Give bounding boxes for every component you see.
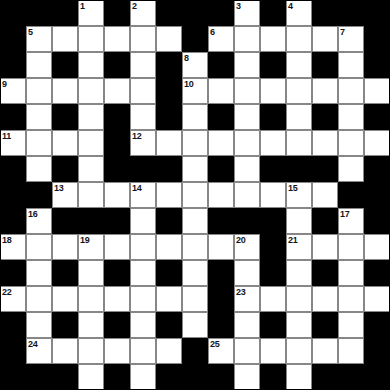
answer-cell-r1c6[interactable] — [156, 26, 182, 52]
answer-cell-r3c3[interactable] — [78, 78, 104, 104]
answer-cell-r7c9[interactable] — [234, 182, 260, 208]
answer-cell-r11c0[interactable]: 22 — [0, 286, 26, 312]
clue-number-9: 9 — [2, 79, 7, 89]
answer-cell-r11c13[interactable] — [338, 286, 364, 312]
block-cell-r12c2 — [52, 312, 78, 338]
answer-cell-r9c13[interactable] — [338, 234, 364, 260]
answer-cell-r9c2[interactable] — [52, 234, 78, 260]
block-cell-r4c10 — [260, 104, 286, 130]
answer-cell-r12c1[interactable] — [26, 312, 52, 338]
answer-cell-r7c7[interactable] — [182, 182, 208, 208]
block-cell-r10c6 — [156, 260, 182, 286]
block-cell-r2c4 — [104, 52, 130, 78]
answer-cell-r3c12[interactable] — [312, 78, 338, 104]
clue-number-13: 13 — [54, 183, 63, 193]
block-cell-r13c14 — [364, 338, 390, 364]
answer-cell-r9c9[interactable]: 20 — [234, 234, 260, 260]
answer-cell-r11c4[interactable] — [104, 286, 130, 312]
block-cell-r14c13 — [338, 364, 364, 390]
block-cell-r10c8 — [208, 260, 234, 286]
answer-cell-r7c12[interactable] — [312, 182, 338, 208]
answer-cell-r8c13[interactable]: 17 — [338, 208, 364, 234]
answer-cell-r6c7[interactable] — [182, 156, 208, 182]
answer-cell-r2c3[interactable] — [78, 52, 104, 78]
block-cell-r2c10 — [260, 52, 286, 78]
block-cell-r4c14 — [364, 104, 390, 130]
block-cell-r8c9 — [234, 208, 260, 234]
answer-cell-r11c3[interactable] — [78, 286, 104, 312]
answer-cell-r11c9[interactable]: 23 — [234, 286, 260, 312]
answer-cell-r12c13[interactable] — [338, 312, 364, 338]
clue-number-22: 22 — [2, 287, 11, 297]
clue-number-4: 4 — [288, 1, 293, 11]
answer-cell-r6c3[interactable] — [78, 156, 104, 182]
block-cell-r0c4 — [104, 0, 130, 26]
answer-cell-r11c2[interactable] — [52, 286, 78, 312]
block-cell-r0c8 — [208, 0, 234, 26]
answer-cell-r5c2[interactable] — [52, 130, 78, 156]
answer-cell-r1c12[interactable] — [312, 26, 338, 52]
clue-number-19: 19 — [80, 235, 89, 245]
block-cell-r2c2 — [52, 52, 78, 78]
answer-cell-r9c1[interactable] — [26, 234, 52, 260]
answer-cell-r5c1[interactable] — [26, 130, 52, 156]
answer-cell-r12c11[interactable] — [286, 312, 312, 338]
answer-cell-r10c1[interactable] — [26, 260, 52, 286]
clue-number-12: 12 — [132, 131, 141, 141]
answer-cell-r5c6[interactable] — [156, 130, 182, 156]
block-cell-r12c12 — [312, 312, 338, 338]
answer-cell-r12c9[interactable] — [234, 312, 260, 338]
block-cell-r8c12 — [312, 208, 338, 234]
block-cell-r8c14 — [364, 208, 390, 234]
block-cell-r6c14 — [364, 156, 390, 182]
answer-cell-r6c9[interactable] — [234, 156, 260, 182]
answer-cell-r9c11[interactable]: 21 — [286, 234, 312, 260]
block-cell-r0c7 — [182, 0, 208, 26]
answer-cell-r7c11[interactable]: 15 — [286, 182, 312, 208]
block-cell-r13c0 — [0, 338, 26, 364]
answer-cell-r5c5[interactable]: 12 — [130, 130, 156, 156]
answer-cell-r0c9[interactable]: 3 — [234, 0, 260, 26]
block-cell-r12c6 — [156, 312, 182, 338]
answer-cell-r4c3[interactable] — [78, 104, 104, 130]
answer-cell-r1c2[interactable] — [52, 26, 78, 52]
answer-cell-r12c3[interactable] — [78, 312, 104, 338]
block-cell-r0c14 — [364, 0, 390, 26]
block-cell-r14c14 — [364, 364, 390, 390]
answer-cell-r3c14[interactable] — [364, 78, 390, 104]
block-cell-r8c4 — [104, 208, 130, 234]
answer-cell-r2c5[interactable] — [130, 52, 156, 78]
answer-cell-r1c5[interactable] — [130, 26, 156, 52]
block-cell-r6c8 — [208, 156, 234, 182]
block-cell-r14c8 — [208, 364, 234, 390]
answer-cell-r12c5[interactable] — [130, 312, 156, 338]
block-cell-r6c0 — [0, 156, 26, 182]
answer-cell-r3c2[interactable] — [52, 78, 78, 104]
answer-cell-r1c1[interactable]: 5 — [26, 26, 52, 52]
block-cell-r10c4 — [104, 260, 130, 286]
clue-number-1: 1 — [80, 1, 85, 11]
answer-cell-r5c8[interactable] — [208, 130, 234, 156]
block-cell-r14c6 — [156, 364, 182, 390]
answer-cell-r13c6[interactable] — [156, 338, 182, 364]
answer-cell-r1c13[interactable]: 7 — [338, 26, 364, 52]
answer-cell-r14c3[interactable] — [78, 364, 104, 390]
block-cell-r6c11 — [286, 156, 312, 182]
answer-cell-r10c3[interactable] — [78, 260, 104, 286]
answer-cell-r7c3[interactable] — [78, 182, 104, 208]
answer-cell-r10c9[interactable] — [234, 260, 260, 286]
answer-cell-r2c13[interactable] — [338, 52, 364, 78]
block-cell-r2c6 — [156, 52, 182, 78]
clue-number-7: 7 — [340, 27, 345, 37]
answer-cell-r13c9[interactable] — [234, 338, 260, 364]
block-cell-r0c13 — [338, 0, 364, 26]
clue-number-10: 10 — [184, 79, 193, 89]
block-cell-r12c4 — [104, 312, 130, 338]
answer-cell-r3c5[interactable] — [130, 78, 156, 104]
block-cell-r14c0 — [0, 364, 26, 390]
answer-cell-r11c10[interactable] — [260, 286, 286, 312]
answer-cell-r13c11[interactable] — [286, 338, 312, 364]
block-cell-r14c7 — [182, 364, 208, 390]
clue-number-14: 14 — [132, 183, 141, 193]
answer-cell-r4c5[interactable] — [130, 104, 156, 130]
answer-cell-r4c1[interactable] — [26, 104, 52, 130]
clue-number-16: 16 — [28, 209, 37, 219]
block-cell-r10c14 — [364, 260, 390, 286]
answer-cell-r9c14[interactable] — [364, 234, 390, 260]
answer-cell-r11c5[interactable] — [130, 286, 156, 312]
answer-cell-r5c11[interactable] — [286, 130, 312, 156]
answer-cell-r5c3[interactable] — [78, 130, 104, 156]
answer-cell-r5c10[interactable] — [260, 130, 286, 156]
block-cell-r4c6 — [156, 104, 182, 130]
answer-cell-r9c5[interactable] — [130, 234, 156, 260]
clue-number-25: 25 — [210, 339, 219, 349]
answer-cell-r13c8[interactable]: 25 — [208, 338, 234, 364]
answer-cell-r8c7[interactable] — [182, 208, 208, 234]
clue-number-23: 23 — [236, 287, 245, 297]
answer-cell-r13c13[interactable] — [338, 338, 364, 364]
answer-cell-r3c1[interactable] — [26, 78, 52, 104]
answer-cell-r7c4[interactable] — [104, 182, 130, 208]
block-cell-r14c12 — [312, 364, 338, 390]
answer-cell-r5c12[interactable] — [312, 130, 338, 156]
block-cell-r1c0 — [0, 26, 26, 52]
answer-cell-r7c6[interactable] — [156, 182, 182, 208]
block-cell-r8c10 — [260, 208, 286, 234]
answer-cell-r5c9[interactable] — [234, 130, 260, 156]
answer-cell-r10c13[interactable] — [338, 260, 364, 286]
block-cell-r10c2 — [52, 260, 78, 286]
block-cell-r8c3 — [78, 208, 104, 234]
answer-cell-r14c5[interactable] — [130, 364, 156, 390]
answer-cell-r3c8[interactable] — [208, 78, 234, 104]
answer-cell-r13c3[interactable] — [78, 338, 104, 364]
answer-cell-r1c3[interactable] — [78, 26, 104, 52]
answer-cell-r5c7[interactable] — [182, 130, 208, 156]
block-cell-r4c0 — [0, 104, 26, 130]
block-cell-r0c0 — [0, 0, 26, 26]
answer-cell-r13c5[interactable] — [130, 338, 156, 364]
block-cell-r0c1 — [26, 0, 52, 26]
block-cell-r4c2 — [52, 104, 78, 130]
answer-cell-r11c11[interactable] — [286, 286, 312, 312]
block-cell-r14c2 — [52, 364, 78, 390]
answer-cell-r2c1[interactable] — [26, 52, 52, 78]
answer-cell-r6c13[interactable] — [338, 156, 364, 182]
answer-cell-r3c11[interactable] — [286, 78, 312, 104]
answer-cell-r11c1[interactable] — [26, 286, 52, 312]
block-cell-r7c14 — [364, 182, 390, 208]
answer-cell-r8c11[interactable] — [286, 208, 312, 234]
block-cell-r12c0 — [0, 312, 26, 338]
answer-cell-r0c5[interactable]: 2 — [130, 0, 156, 26]
answer-cell-r14c11[interactable] — [286, 364, 312, 390]
answer-cell-r11c6[interactable] — [156, 286, 182, 312]
answer-cell-r4c13[interactable] — [338, 104, 364, 130]
answer-cell-r4c11[interactable] — [286, 104, 312, 130]
block-cell-r0c2 — [52, 0, 78, 26]
answer-cell-r7c5[interactable]: 14 — [130, 182, 156, 208]
answer-cell-r4c9[interactable] — [234, 104, 260, 130]
block-cell-r0c12 — [312, 0, 338, 26]
block-cell-r6c2 — [52, 156, 78, 182]
answer-cell-r13c4[interactable] — [104, 338, 130, 364]
answer-cell-r7c8[interactable] — [208, 182, 234, 208]
answer-cell-r10c5[interactable] — [130, 260, 156, 286]
answer-cell-r14c9[interactable] — [234, 364, 260, 390]
block-cell-r8c0 — [0, 208, 26, 234]
answer-cell-r9c0[interactable]: 18 — [0, 234, 26, 260]
answer-cell-r3c13[interactable] — [338, 78, 364, 104]
block-cell-r7c0 — [0, 182, 26, 208]
block-cell-r10c0 — [0, 260, 26, 286]
block-cell-r1c7 — [182, 26, 208, 52]
block-cell-r5c4 — [104, 130, 130, 156]
clue-number-3: 3 — [236, 1, 241, 11]
answer-cell-r3c0[interactable]: 9 — [0, 78, 26, 104]
block-cell-r9c10 — [260, 234, 286, 260]
answer-cell-r1c8[interactable]: 6 — [208, 26, 234, 52]
block-cell-r8c6 — [156, 208, 182, 234]
answer-cell-r1c9[interactable] — [234, 26, 260, 52]
block-cell-r6c4 — [104, 156, 130, 182]
answer-cell-r9c6[interactable] — [156, 234, 182, 260]
answer-cell-r3c7[interactable]: 10 — [182, 78, 208, 104]
answer-cell-r10c11[interactable] — [286, 260, 312, 286]
answer-cell-r9c4[interactable] — [104, 234, 130, 260]
answer-cell-r5c14[interactable] — [364, 130, 390, 156]
block-cell-r14c4 — [104, 364, 130, 390]
block-cell-r13c7 — [182, 338, 208, 364]
answer-cell-r0c11[interactable]: 4 — [286, 0, 312, 26]
block-cell-r0c6 — [156, 0, 182, 26]
clue-number-15: 15 — [288, 183, 297, 193]
block-cell-r2c8 — [208, 52, 234, 78]
answer-cell-r6c1[interactable] — [26, 156, 52, 182]
block-cell-r7c1 — [26, 182, 52, 208]
block-cell-r6c12 — [312, 156, 338, 182]
clue-number-2: 2 — [132, 1, 137, 11]
answer-cell-r3c10[interactable] — [260, 78, 286, 104]
clue-number-11: 11 — [2, 131, 11, 141]
clue-number-24: 24 — [28, 339, 37, 349]
answer-cell-r5c13[interactable] — [338, 130, 364, 156]
block-cell-r0c10 — [260, 0, 286, 26]
block-cell-r2c12 — [312, 52, 338, 78]
block-cell-r10c12 — [312, 260, 338, 286]
block-cell-r1c14 — [364, 26, 390, 52]
answer-cell-r2c11[interactable] — [286, 52, 312, 78]
clue-number-6: 6 — [210, 27, 215, 37]
answer-cell-r9c7[interactable] — [182, 234, 208, 260]
answer-cell-r11c7[interactable] — [182, 286, 208, 312]
block-cell-r10c10 — [260, 260, 286, 286]
answer-cell-r13c12[interactable] — [312, 338, 338, 364]
crossword-grid: 1234567891011121314151617181920212223242… — [0, 0, 390, 390]
answer-cell-r3c9[interactable] — [234, 78, 260, 104]
answer-cell-r7c10[interactable] — [260, 182, 286, 208]
clue-number-20: 20 — [236, 235, 245, 245]
answer-cell-r2c7[interactable]: 8 — [182, 52, 208, 78]
block-cell-r2c0 — [0, 52, 26, 78]
answer-cell-r10c7[interactable] — [182, 260, 208, 286]
block-cell-r3c6 — [156, 78, 182, 104]
block-cell-r4c12 — [312, 104, 338, 130]
block-cell-r11c8 — [208, 286, 234, 312]
answer-cell-r1c4[interactable] — [104, 26, 130, 52]
clue-number-21: 21 — [288, 235, 297, 245]
answer-cell-r13c1[interactable]: 24 — [26, 338, 52, 364]
answer-cell-r3c4[interactable] — [104, 78, 130, 104]
block-cell-r12c14 — [364, 312, 390, 338]
block-cell-r6c10 — [260, 156, 286, 182]
answer-cell-r9c3[interactable]: 19 — [78, 234, 104, 260]
answer-cell-r13c2[interactable] — [52, 338, 78, 364]
block-cell-r14c1 — [26, 364, 52, 390]
answer-cell-r8c5[interactable] — [130, 208, 156, 234]
answer-cell-r9c12[interactable] — [312, 234, 338, 260]
answer-cell-r12c7[interactable] — [182, 312, 208, 338]
block-cell-r7c13 — [338, 182, 364, 208]
clue-number-5: 5 — [28, 27, 33, 37]
answer-cell-r5c0[interactable]: 11 — [0, 130, 26, 156]
block-cell-r4c4 — [104, 104, 130, 130]
block-cell-r2c14 — [364, 52, 390, 78]
block-cell-r12c8 — [208, 312, 234, 338]
block-cell-r6c6 — [156, 156, 182, 182]
answer-cell-r0c3[interactable]: 1 — [78, 0, 104, 26]
clue-number-8: 8 — [184, 53, 189, 63]
answer-cell-r1c10[interactable] — [260, 26, 286, 52]
answer-cell-r7c2[interactable]: 13 — [52, 182, 78, 208]
answer-cell-r2c9[interactable] — [234, 52, 260, 78]
answer-cell-r8c1[interactable]: 16 — [26, 208, 52, 234]
answer-cell-r11c12[interactable] — [312, 286, 338, 312]
block-cell-r4c8 — [208, 104, 234, 130]
block-cell-r14c10 — [260, 364, 286, 390]
clue-number-17: 17 — [340, 209, 349, 219]
answer-cell-r1c11[interactable] — [286, 26, 312, 52]
answer-cell-r9c8[interactable] — [208, 234, 234, 260]
clue-number-18: 18 — [2, 235, 11, 245]
answer-cell-r13c10[interactable] — [260, 338, 286, 364]
answer-cell-r11c14[interactable] — [364, 286, 390, 312]
block-cell-r12c10 — [260, 312, 286, 338]
answer-cell-r4c7[interactable] — [182, 104, 208, 130]
block-cell-r8c8 — [208, 208, 234, 234]
block-cell-r6c5 — [130, 156, 156, 182]
block-cell-r8c2 — [52, 208, 78, 234]
